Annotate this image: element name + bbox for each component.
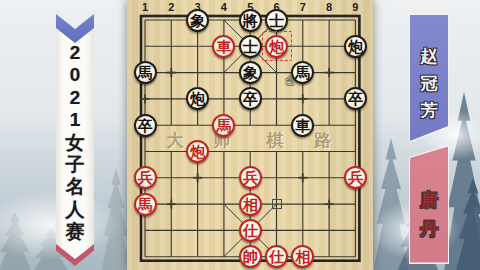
piece-black[interactable]: 象	[186, 9, 209, 32]
banner-char: 冠	[410, 70, 448, 97]
piece-red[interactable]: 炮	[265, 35, 288, 58]
banner-char: 女	[56, 132, 94, 154]
banner-char: 名	[56, 176, 94, 198]
piece-red[interactable]: 馬	[212, 114, 235, 137]
column-label: 4	[217, 1, 231, 13]
player-top-name: 赵冠芳	[410, 43, 448, 124]
river-watermark-char: 棋	[264, 129, 286, 152]
column-label: 9	[348, 1, 362, 13]
piece-red[interactable]: 相	[239, 193, 262, 216]
banner-char: 2	[56, 42, 94, 64]
piece-black[interactable]: 士	[239, 35, 262, 58]
column-label: 7	[296, 1, 310, 13]
piece-black[interactable]: 炮	[344, 35, 367, 58]
banner-char: 2	[56, 87, 94, 109]
piece-red[interactable]: 兵	[134, 166, 157, 189]
river-watermark-char: 路	[312, 129, 334, 152]
piece-red[interactable]: 炮	[186, 140, 209, 163]
event-title: 2021女子名人赛	[56, 42, 94, 244]
column-label: 1	[138, 1, 152, 13]
banner-char: 人	[56, 199, 94, 221]
player-bottom-name: 唐丹	[410, 186, 448, 244]
piece-red[interactable]: 兵	[239, 166, 262, 189]
column-label: 8	[322, 1, 336, 13]
banner-char: 1	[56, 109, 94, 131]
piece-black[interactable]: 將	[239, 9, 262, 32]
piece-black[interactable]: 車	[291, 114, 314, 137]
column-label: 2	[164, 1, 178, 13]
piece-red[interactable]: 帥	[239, 245, 262, 268]
piece-black[interactable]: 士	[265, 9, 288, 32]
piece-red[interactable]: 仕	[239, 219, 262, 242]
banner-char: 芳	[410, 97, 448, 124]
cursor-icon: ☝	[284, 71, 295, 88]
river-watermark-char: 大	[164, 129, 186, 152]
piece-red[interactable]: 馬	[134, 193, 157, 216]
piece-black[interactable]: 卒	[134, 114, 157, 137]
piece-black[interactable]: 馬	[134, 61, 157, 84]
piece-black[interactable]: 象	[239, 61, 262, 84]
banner-char: 0	[56, 64, 94, 86]
last-move-origin-marker	[272, 199, 282, 209]
banner-char: 赵	[410, 43, 448, 70]
banner-char: 丹	[410, 215, 448, 244]
banner-char: 唐	[410, 186, 448, 215]
app-window: 2021女子名人赛 123456789 大师棋路 象將士車士炮炮馬象馬炮卒卒卒馬…	[0, 0, 480, 270]
banner-char: 赛	[56, 221, 94, 243]
board-panel: 123456789 大师棋路 象將士車士炮炮馬象馬炮卒卒卒馬車炮兵兵兵馬相仕帥仕…	[127, 0, 373, 270]
banner-char: 子	[56, 154, 94, 176]
piece-black[interactable]: 卒	[239, 87, 262, 110]
